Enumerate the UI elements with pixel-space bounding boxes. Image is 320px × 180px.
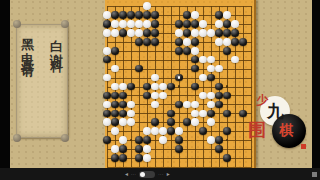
black-stone <box>151 118 159 126</box>
white-stone <box>151 127 159 135</box>
black-stone <box>119 154 127 162</box>
last-move-stone <box>175 74 183 82</box>
black-stone <box>151 38 159 46</box>
white-stone <box>215 20 223 28</box>
black-stone <box>183 47 191 55</box>
black-stone <box>199 127 207 135</box>
black-stone <box>223 92 231 100</box>
black-stone <box>183 118 191 126</box>
white-stone <box>119 118 127 126</box>
white-stone <box>199 110 207 118</box>
table-background: 白谢科 黑申真谞 九 少 围 棋 <box>10 0 312 168</box>
white-stone <box>119 83 127 91</box>
black-stone <box>151 20 159 28</box>
white-stone <box>191 47 199 55</box>
white-stone <box>151 83 159 91</box>
black-stone <box>167 127 175 135</box>
black-stone <box>215 29 223 37</box>
left-letterbox-bar <box>0 0 10 180</box>
black-stone <box>191 65 199 73</box>
stone-color-toggle[interactable] <box>139 171 155 178</box>
white-stone <box>199 74 207 82</box>
black-stone <box>151 29 159 37</box>
black-stone <box>183 20 191 28</box>
white-stone <box>175 29 183 37</box>
right-letterbox-bar <box>312 0 320 180</box>
black-label: 黑 <box>20 28 35 34</box>
logo-seal-icon <box>301 144 306 149</box>
black-stone <box>143 83 151 91</box>
white-stone <box>135 29 143 37</box>
black-stone <box>223 47 231 55</box>
white-stone <box>143 127 151 135</box>
white-stone <box>119 136 127 144</box>
white-stone <box>111 29 119 37</box>
logo-char-left: 围 <box>248 118 266 142</box>
white-stone <box>111 127 119 135</box>
white-stone <box>223 11 231 19</box>
white-stone <box>215 38 223 46</box>
white-stone <box>199 29 207 37</box>
white-stone <box>111 65 119 73</box>
logo-char-main: 九 <box>267 100 284 123</box>
black-stone <box>127 83 135 91</box>
black-stone <box>175 101 183 109</box>
black-stone <box>143 38 151 46</box>
playback-control-bar: ◂ ··· ··· ▸ <box>0 168 320 180</box>
black-stone <box>239 110 247 118</box>
white-stone <box>159 127 167 135</box>
white-stone <box>191 118 199 126</box>
go-board[interactable] <box>105 0 256 168</box>
black-stone <box>103 20 111 28</box>
black-stone <box>135 11 143 19</box>
white-stone <box>207 118 215 126</box>
white-stone <box>199 92 207 100</box>
grid-line-vertical <box>243 6 244 167</box>
black-stone <box>135 136 143 144</box>
black-stone <box>111 47 119 55</box>
black-stone <box>223 20 231 28</box>
white-stone <box>151 92 159 100</box>
total-moves-text: ··· <box>158 172 163 177</box>
black-stone <box>143 136 151 144</box>
white-player-column: 白谢科 <box>50 30 63 55</box>
fullscreen-button[interactable] <box>312 172 317 177</box>
black-stone <box>223 110 231 118</box>
go-video-frame: 白谢科 黑申真谞 九 少 围 棋 ◂ ··· ··· ▸ <box>0 0 320 180</box>
black-stone <box>135 154 143 162</box>
black-stone <box>175 145 183 153</box>
white-stone <box>223 38 231 46</box>
white-stone <box>143 2 151 10</box>
white-stone <box>231 20 239 28</box>
black-stone <box>111 110 119 118</box>
white-stone <box>207 56 215 64</box>
black-stone <box>183 29 191 37</box>
white-label: 白 <box>49 30 64 36</box>
black-player-column: 黑申真谞 <box>21 28 34 59</box>
scroll-roller-icon <box>61 134 69 142</box>
black-stone <box>175 136 183 144</box>
move-controls: ◂ ··· ··· ▸ <box>125 171 170 178</box>
black-stone <box>215 92 223 100</box>
black-stone <box>215 101 223 109</box>
black-stone <box>119 110 127 118</box>
black-stone <box>119 92 127 100</box>
black-stone <box>215 136 223 144</box>
black-stone <box>135 145 143 153</box>
white-stone <box>191 110 199 118</box>
black-stone <box>215 145 223 153</box>
black-stone <box>111 92 119 100</box>
white-stone <box>103 29 111 37</box>
white-stone <box>135 20 143 28</box>
black-stone <box>111 101 119 109</box>
white-stone <box>207 29 215 37</box>
black-stone <box>215 11 223 19</box>
black-stone <box>111 154 119 162</box>
black-stone <box>191 38 199 46</box>
white-stone <box>127 101 135 109</box>
black-stone <box>167 118 175 126</box>
black-stone <box>167 110 175 118</box>
black-stone <box>239 38 247 46</box>
black-stone <box>143 11 151 19</box>
white-stone <box>159 136 167 144</box>
black-stone <box>103 136 111 144</box>
white-stone <box>183 38 191 46</box>
black-stone <box>135 65 143 73</box>
white-stone <box>231 56 239 64</box>
white-stone <box>207 136 215 144</box>
white-stone <box>127 29 135 37</box>
player-name-scroll: 白谢科 黑申真谞 <box>13 18 69 144</box>
black-stone <box>207 74 215 82</box>
white-stone <box>159 83 167 91</box>
black-stone <box>119 11 127 19</box>
move-counter-text: ··· <box>131 172 136 177</box>
white-stone <box>191 11 199 19</box>
white-stone <box>111 83 119 91</box>
black-stone <box>175 38 183 46</box>
white-stone <box>199 20 207 28</box>
black-stone <box>175 20 183 28</box>
white-stone <box>183 101 191 109</box>
white-stone <box>111 145 119 153</box>
channel-logo: 九 少 围 棋 <box>248 92 314 162</box>
white-stone <box>191 101 199 109</box>
toggle-white-stone-icon <box>140 172 145 177</box>
white-stone <box>159 92 167 100</box>
white-stone <box>215 65 223 73</box>
black-stone <box>103 92 111 100</box>
logo-char-top: 少 <box>256 92 268 109</box>
white-stone <box>191 29 199 37</box>
white-stone <box>207 65 215 73</box>
logo-char-bottom: 棋 <box>279 122 293 140</box>
black-stone <box>231 29 239 37</box>
black-stone <box>103 56 111 64</box>
black-stone <box>111 118 119 126</box>
black-stone <box>119 101 127 109</box>
white-stone <box>127 20 135 28</box>
black-stone <box>191 83 199 91</box>
black-stone <box>223 127 231 135</box>
scroll-roller-icon <box>61 20 69 28</box>
black-stone <box>143 92 151 100</box>
black-stone <box>223 29 231 37</box>
white-stone <box>103 101 111 109</box>
white-stone <box>199 56 207 64</box>
black-player-name: 申真谞 <box>20 41 35 59</box>
scroll-roller-icon <box>13 20 21 28</box>
white-stone <box>119 20 127 28</box>
white-stone <box>111 20 119 28</box>
last-move-marker-icon <box>178 76 181 79</box>
black-stone <box>103 110 111 118</box>
black-stone <box>175 47 183 55</box>
white-stone <box>207 101 215 109</box>
white-stone <box>175 127 183 135</box>
black-stone <box>119 29 127 37</box>
black-stone <box>111 11 119 19</box>
white-stone <box>103 118 111 126</box>
black-stone <box>167 83 175 91</box>
prev-move-button[interactable]: ◂ <box>125 171 128 177</box>
white-stone <box>151 74 159 82</box>
white-stone <box>143 154 151 162</box>
white-stone <box>103 47 111 55</box>
white-stone <box>127 118 135 126</box>
white-stone <box>143 145 151 153</box>
white-stone <box>207 92 215 100</box>
white-stone <box>127 110 135 118</box>
black-stone <box>215 83 223 91</box>
black-stone <box>223 154 231 162</box>
scroll-roller-icon <box>13 134 21 142</box>
white-stone <box>103 11 111 19</box>
black-stone <box>127 11 135 19</box>
black-stone <box>151 11 159 19</box>
white-stone <box>103 74 111 82</box>
white-player-name: 谢科 <box>49 43 64 55</box>
black-stone <box>191 20 199 28</box>
black-stone <box>231 38 239 46</box>
next-move-button[interactable]: ▸ <box>167 171 170 177</box>
black-stone <box>183 11 191 19</box>
black-stone <box>143 29 151 37</box>
white-stone <box>143 20 151 28</box>
black-stone <box>119 145 127 153</box>
black-stone <box>207 110 215 118</box>
white-stone <box>151 101 159 109</box>
black-stone <box>191 56 199 64</box>
black-stone <box>135 38 143 46</box>
